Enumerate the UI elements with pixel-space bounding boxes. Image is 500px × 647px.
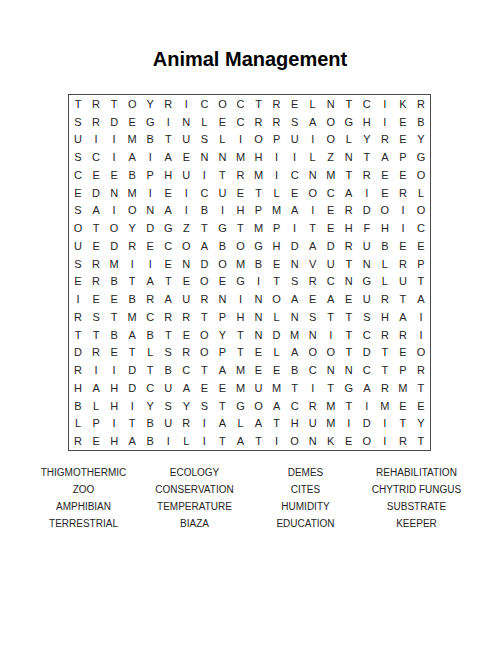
grid-cell[interactable]: A [141,273,159,291]
grid-cell[interactable]: D [358,202,376,220]
grid-cell[interactable]: H [286,415,304,433]
grid-cell[interactable]: E [177,148,195,166]
grid-cell[interactable]: N [304,166,322,184]
grid-cell[interactable]: T [340,308,358,326]
grid-cell[interactable]: B [412,113,430,131]
grid-cell[interactable]: D [105,237,123,255]
grid-cell[interactable]: E [177,273,195,291]
grid-cell[interactable]: E [286,184,304,202]
grid-cell[interactable]: I [376,415,394,433]
grid-cell[interactable]: Y [412,131,430,149]
grid-cell[interactable]: A [286,344,304,362]
grid-cell[interactable]: S [358,308,376,326]
grid-cell[interactable]: B [286,361,304,379]
grid-cell[interactable]: G [340,379,358,397]
grid-cell[interactable]: I [412,326,430,344]
grid-cell[interactable]: T [87,326,105,344]
grid-cell[interactable]: R [394,184,412,202]
grid-cell[interactable]: M [231,361,249,379]
grid-cell[interactable]: C [195,184,213,202]
grid-cell[interactable]: I [394,202,412,220]
grid-cell[interactable]: U [213,184,231,202]
grid-cell[interactable]: R [69,308,87,326]
grid-cell[interactable]: B [159,361,177,379]
grid-cell[interactable]: T [159,273,177,291]
grid-cell[interactable]: H [268,237,286,255]
grid-cell[interactable]: M [105,255,123,273]
grid-cell[interactable]: C [231,113,249,131]
grid-cell[interactable]: E [87,432,105,450]
grid-cell[interactable]: T [123,415,141,433]
grid-cell[interactable]: A [195,237,213,255]
grid-cell[interactable]: B [141,131,159,149]
grid-cell[interactable]: A [376,148,394,166]
grid-cell[interactable]: O [376,202,394,220]
grid-cell[interactable]: U [304,415,322,433]
grid-cell[interactable]: A [123,326,141,344]
grid-cell[interactable]: E [394,131,412,149]
grid-cell[interactable]: R [394,326,412,344]
grid-cell[interactable]: I [322,326,340,344]
grid-cell[interactable]: T [195,361,213,379]
grid-cell[interactable]: N [304,326,322,344]
grid-cell[interactable]: E [322,202,340,220]
grid-cell[interactable]: I [412,308,430,326]
grid-cell[interactable]: L [304,148,322,166]
grid-cell[interactable]: S [304,308,322,326]
grid-cell[interactable]: Z [177,219,195,237]
grid-cell[interactable]: L [304,95,322,113]
grid-cell[interactable]: S [69,202,87,220]
grid-cell[interactable]: E [105,344,123,362]
grid-cell[interactable]: L [268,184,286,202]
grid-cell[interactable]: E [376,166,394,184]
grid-cell[interactable]: T [412,273,430,291]
grid-cell[interactable]: S [195,397,213,415]
grid-cell[interactable]: U [358,237,376,255]
grid-cell[interactable]: E [87,237,105,255]
grid-cell[interactable]: K [322,432,340,450]
grid-cell[interactable]: U [159,415,177,433]
grid-cell[interactable]: T [213,432,231,450]
grid-cell[interactable]: O [69,219,87,237]
grid-cell[interactable]: E [394,237,412,255]
grid-cell[interactable]: I [231,290,249,308]
grid-cell[interactable]: E [412,237,430,255]
grid-cell[interactable]: O [231,237,249,255]
grid-cell[interactable]: P [268,219,286,237]
grid-cell[interactable]: E [322,219,340,237]
grid-cell[interactable]: A [286,290,304,308]
grid-cell[interactable]: I [69,290,87,308]
grid-cell[interactable]: R [177,415,195,433]
grid-cell[interactable]: T [268,415,286,433]
grid-cell[interactable]: T [358,148,376,166]
grid-cell[interactable]: E [213,113,231,131]
grid-cell[interactable]: I [195,432,213,450]
grid-cell[interactable]: A [322,290,340,308]
grid-cell[interactable]: K [394,95,412,113]
grid-cell[interactable]: D [358,344,376,362]
grid-cell[interactable]: I [105,131,123,149]
grid-cell[interactable]: H [231,308,249,326]
grid-cell[interactable]: T [231,344,249,362]
grid-cell[interactable]: T [213,166,231,184]
grid-cell[interactable]: I [286,219,304,237]
grid-cell[interactable]: R [249,113,267,131]
grid-cell[interactable]: I [249,273,267,291]
grid-cell[interactable]: T [231,219,249,237]
grid-cell[interactable]: E [376,184,394,202]
grid-cell[interactable]: D [141,219,159,237]
grid-cell[interactable]: I [304,202,322,220]
grid-cell[interactable]: P [394,148,412,166]
grid-cell[interactable]: E [249,361,267,379]
grid-cell[interactable]: C [141,308,159,326]
grid-cell[interactable]: A [268,397,286,415]
grid-cell[interactable]: A [159,290,177,308]
grid-cell[interactable]: R [412,95,430,113]
grid-cell[interactable]: T [340,95,358,113]
grid-cell[interactable]: L [412,184,430,202]
grid-cell[interactable]: O [304,184,322,202]
grid-cell[interactable]: I [268,166,286,184]
grid-cell[interactable]: D [195,255,213,273]
grid-cell[interactable]: L [177,432,195,450]
grid-cell[interactable]: C [286,166,304,184]
grid-cell[interactable]: D [286,237,304,255]
grid-cell[interactable]: A [249,415,267,433]
grid-cell[interactable]: T [159,131,177,149]
grid-cell[interactable]: A [358,379,376,397]
grid-cell[interactable]: H [358,113,376,131]
grid-cell[interactable]: O [177,237,195,255]
grid-cell[interactable]: O [304,344,322,362]
grid-cell[interactable]: R [141,290,159,308]
grid-cell[interactable]: F [358,219,376,237]
grid-cell[interactable]: O [286,432,304,450]
grid-cell[interactable]: O [213,95,231,113]
grid-cell[interactable]: I [304,131,322,149]
grid-cell[interactable]: A [394,308,412,326]
grid-cell[interactable]: T [69,95,87,113]
grid-cell[interactable]: I [123,255,141,273]
grid-cell[interactable]: P [213,344,231,362]
grid-cell[interactable]: U [177,131,195,149]
grid-cell[interactable]: C [195,95,213,113]
grid-cell[interactable]: M [322,166,340,184]
grid-cell[interactable]: M [123,308,141,326]
grid-cell[interactable]: I [159,432,177,450]
grid-cell[interactable]: I [340,415,358,433]
grid-cell[interactable]: D [358,415,376,433]
grid-cell[interactable]: T [159,326,177,344]
grid-cell[interactable]: A [87,202,105,220]
grid-cell[interactable]: S [159,397,177,415]
grid-cell[interactable]: I [141,184,159,202]
grid-cell[interactable]: U [322,255,340,273]
grid-cell[interactable]: M [231,379,249,397]
grid-cell[interactable]: G [340,113,358,131]
grid-cell[interactable]: S [87,308,105,326]
grid-cell[interactable]: R [87,344,105,362]
grid-cell[interactable]: O [268,290,286,308]
grid-cell[interactable]: E [195,379,213,397]
grid-cell[interactable]: E [394,397,412,415]
grid-cell[interactable]: B [105,273,123,291]
grid-cell[interactable]: A [159,202,177,220]
grid-cell[interactable]: N [340,148,358,166]
grid-cell[interactable]: T [412,379,430,397]
grid-cell[interactable]: C [286,397,304,415]
grid-cell[interactable]: I [394,219,412,237]
grid-cell[interactable]: E [141,237,159,255]
grid-cell[interactable]: C [358,361,376,379]
grid-cell[interactable]: N [340,361,358,379]
grid-cell[interactable]: T [412,432,430,450]
grid-cell[interactable]: R [123,237,141,255]
grid-cell[interactable]: S [69,148,87,166]
grid-cell[interactable]: E [159,255,177,273]
grid-cell[interactable]: R [376,290,394,308]
grid-cell[interactable]: L [268,308,286,326]
grid-cell[interactable]: I [87,361,105,379]
grid-cell[interactable]: D [69,344,87,362]
grid-cell[interactable]: L [268,344,286,362]
grid-cell[interactable]: D [268,326,286,344]
grid-cell[interactable]: I [358,184,376,202]
grid-cell[interactable]: T [340,255,358,273]
grid-cell[interactable]: C [412,219,430,237]
grid-cell[interactable]: N [286,308,304,326]
grid-cell[interactable]: N [177,113,195,131]
grid-cell[interactable]: B [141,415,159,433]
grid-cell[interactable]: D [87,184,105,202]
grid-cell[interactable]: B [195,202,213,220]
grid-cell[interactable]: B [123,290,141,308]
grid-cell[interactable]: S [69,113,87,131]
grid-cell[interactable]: Y [141,95,159,113]
grid-cell[interactable]: B [249,255,267,273]
grid-cell[interactable]: I [195,415,213,433]
grid-cell[interactable]: I [177,184,195,202]
grid-cell[interactable]: U [177,166,195,184]
grid-cell[interactable]: N [322,361,340,379]
grid-cell[interactable]: E [159,184,177,202]
grid-cell[interactable]: R [268,95,286,113]
grid-cell[interactable]: H [105,397,123,415]
grid-cell[interactable]: I [286,148,304,166]
grid-cell[interactable]: I [195,166,213,184]
grid-cell[interactable]: R [340,237,358,255]
grid-cell[interactable]: T [340,344,358,362]
grid-cell[interactable]: R [231,166,249,184]
grid-cell[interactable]: T [376,344,394,362]
grid-cell[interactable]: E [69,184,87,202]
grid-cell[interactable]: M [231,255,249,273]
grid-cell[interactable]: I [141,148,159,166]
grid-cell[interactable]: I [87,131,105,149]
grid-cell[interactable]: R [159,308,177,326]
grid-cell[interactable]: L [87,397,105,415]
grid-cell[interactable]: E [394,344,412,362]
grid-cell[interactable]: C [231,95,249,113]
grid-cell[interactable]: E [231,184,249,202]
grid-cell[interactable]: O [322,131,340,149]
grid-cell[interactable]: G [159,219,177,237]
grid-cell[interactable]: Y [123,219,141,237]
grid-cell[interactable]: R [177,344,195,362]
grid-cell[interactable]: T [87,219,105,237]
grid-cell[interactable]: N [249,308,267,326]
grid-cell[interactable]: T [394,415,412,433]
grid-cell[interactable]: A [177,379,195,397]
grid-cell[interactable]: H [69,379,87,397]
grid-cell[interactable]: T [195,308,213,326]
grid-cell[interactable]: O [249,131,267,149]
grid-cell[interactable]: P [87,415,105,433]
grid-cell[interactable]: L [69,415,87,433]
grid-cell[interactable]: C [177,361,195,379]
grid-cell[interactable]: B [105,326,123,344]
grid-cell[interactable]: G [249,237,267,255]
grid-cell[interactable]: M [268,379,286,397]
grid-cell[interactable]: P [141,166,159,184]
grid-cell[interactable]: S [195,131,213,149]
grid-cell[interactable]: R [268,113,286,131]
grid-cell[interactable]: C [358,95,376,113]
grid-cell[interactable]: A [123,148,141,166]
grid-cell[interactable]: E [268,255,286,273]
grid-cell[interactable]: E [412,397,430,415]
grid-cell[interactable]: S [69,255,87,273]
grid-cell[interactable]: N [322,95,340,113]
grid-cell[interactable]: A [213,361,231,379]
grid-cell[interactable]: T [105,95,123,113]
grid-cell[interactable]: E [394,113,412,131]
grid-cell[interactable]: T [123,344,141,362]
grid-cell[interactable]: A [340,184,358,202]
grid-cell[interactable]: O [412,344,430,362]
grid-cell[interactable]: L [376,273,394,291]
grid-cell[interactable]: T [340,326,358,344]
grid-cell[interactable]: C [159,237,177,255]
grid-cell[interactable]: N [195,148,213,166]
grid-cell[interactable]: T [286,379,304,397]
grid-cell[interactable]: T [141,361,159,379]
grid-cell[interactable]: I [141,255,159,273]
grid-cell[interactable]: T [249,184,267,202]
grid-cell[interactable]: D [123,361,141,379]
grid-cell[interactable]: D [105,113,123,131]
grid-cell[interactable]: R [412,361,430,379]
grid-cell[interactable]: N [340,273,358,291]
grid-cell[interactable]: A [87,379,105,397]
grid-cell[interactable]: M [231,148,249,166]
grid-cell[interactable]: L [195,113,213,131]
grid-cell[interactable]: S [159,344,177,362]
grid-cell[interactable]: C [358,326,376,344]
grid-cell[interactable]: G [141,113,159,131]
grid-cell[interactable]: B [123,166,141,184]
grid-cell[interactable]: R [376,326,394,344]
grid-cell[interactable]: A [304,113,322,131]
grid-cell[interactable]: V [304,255,322,273]
grid-cell[interactable]: R [394,432,412,450]
grid-cell[interactable]: A [412,290,430,308]
grid-cell[interactable]: I [177,202,195,220]
grid-cell[interactable]: T [322,308,340,326]
grid-cell[interactable]: T [123,273,141,291]
grid-cell[interactable]: N [358,255,376,273]
grid-cell[interactable]: T [268,273,286,291]
grid-cell[interactable]: B [141,432,159,450]
grid-cell[interactable]: T [213,397,231,415]
grid-cell[interactable]: B [376,237,394,255]
grid-cell[interactable]: T [69,326,87,344]
grid-cell[interactable]: O [195,344,213,362]
grid-cell[interactable]: Y [177,397,195,415]
grid-cell[interactable]: N [105,184,123,202]
grid-cell[interactable]: I [268,432,286,450]
grid-cell[interactable]: R [358,166,376,184]
grid-cell[interactable]: E [249,344,267,362]
grid-cell[interactable]: E [105,166,123,184]
grid-cell[interactable]: I [105,202,123,220]
grid-cell[interactable]: H [105,379,123,397]
grid-cell[interactable]: A [213,415,231,433]
grid-cell[interactable]: R [69,432,87,450]
grid-cell[interactable]: Y [213,326,231,344]
grid-cell[interactable]: T [340,397,358,415]
grid-cell[interactable]: E [213,273,231,291]
grid-cell[interactable]: I [213,202,231,220]
grid-cell[interactable]: M [123,131,141,149]
grid-cell[interactable]: E [105,290,123,308]
grid-cell[interactable]: T [322,379,340,397]
grid-cell[interactable]: U [69,131,87,149]
grid-cell[interactable]: O [358,432,376,450]
grid-cell[interactable]: C [87,148,105,166]
grid-cell[interactable]: I [268,148,286,166]
grid-cell[interactable]: C [304,361,322,379]
grid-cell[interactable]: O [322,344,340,362]
grid-cell[interactable]: I [177,95,195,113]
grid-cell[interactable]: E [268,361,286,379]
grid-cell[interactable]: G [231,397,249,415]
grid-cell[interactable]: B [141,326,159,344]
grid-cell[interactable]: M [322,397,340,415]
grid-cell[interactable]: I [231,131,249,149]
grid-cell[interactable]: A [231,432,249,450]
grid-cell[interactable]: O [322,113,340,131]
grid-cell[interactable]: L [231,415,249,433]
grid-cell[interactable]: E [177,326,195,344]
grid-cell[interactable]: H [376,308,394,326]
grid-cell[interactable]: M [394,379,412,397]
grid-cell[interactable]: C [141,379,159,397]
grid-cell[interactable]: E [69,273,87,291]
grid-cell[interactable]: A [286,202,304,220]
grid-cell[interactable]: I [304,379,322,397]
grid-cell[interactable]: G [358,273,376,291]
grid-cell[interactable]: D [123,379,141,397]
grid-cell[interactable]: E [340,290,358,308]
grid-cell[interactable]: R [87,95,105,113]
grid-cell[interactable]: U [394,273,412,291]
grid-cell[interactable]: T [231,326,249,344]
grid-cell[interactable]: R [376,131,394,149]
